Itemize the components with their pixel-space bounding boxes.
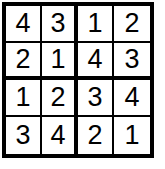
cell-r4c3[interactable]: 2 [78,117,114,154]
cell-r2c1[interactable]: 2 [6,43,42,80]
cell-r3c2[interactable]: 2 [42,80,78,117]
cell-r4c1[interactable]: 3 [6,117,42,154]
sudoku-page: 4312214312343421 [0,0,165,169]
cell-r1c3[interactable]: 1 [78,6,114,43]
cell-r3c1[interactable]: 1 [6,80,42,117]
cell-r2c3[interactable]: 4 [78,43,114,80]
cell-r4c4[interactable]: 1 [114,117,150,154]
cell-r2c2[interactable]: 1 [42,43,78,80]
cell-r1c1[interactable]: 4 [6,6,42,43]
cell-r1c2[interactable]: 3 [42,6,78,43]
cell-r3c3[interactable]: 3 [78,80,114,117]
cell-r3c4[interactable]: 4 [114,80,150,117]
cell-r4c2[interactable]: 4 [42,117,78,154]
cell-r2c4[interactable]: 3 [114,43,150,80]
sudoku-board: 4312214312343421 [2,2,154,158]
cell-r1c4[interactable]: 2 [114,6,150,43]
